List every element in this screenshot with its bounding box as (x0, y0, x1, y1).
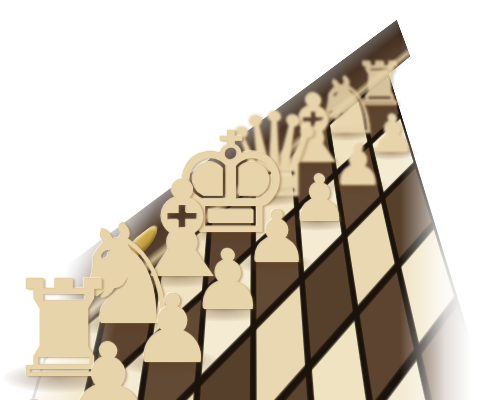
photo-scene: ♜♞♝♚♛♝♞♜♟♟♟♟♟♟♟♟ (0, 0, 500, 400)
piece-white-pawn-h2[interactable]: ♟ (0, 385, 92, 400)
